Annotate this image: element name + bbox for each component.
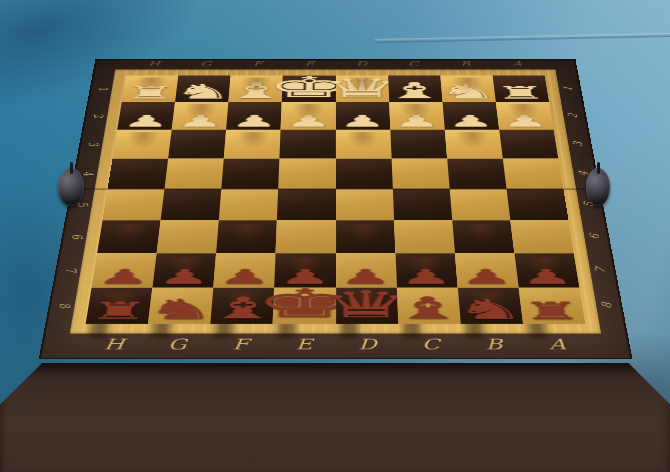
square-b5[interactable] <box>449 189 510 220</box>
red-rook[interactable]: ♜ <box>87 299 151 323</box>
square-c1[interactable]: ♝ <box>388 76 443 103</box>
square-c5[interactable] <box>392 189 452 220</box>
square-b4[interactable] <box>447 159 506 189</box>
square-g7[interactable]: ♟ <box>153 253 217 287</box>
square-h2[interactable]: ♟ <box>117 102 175 130</box>
square-h8[interactable]: ♜ <box>86 288 153 324</box>
square-c6[interactable] <box>394 220 455 253</box>
square-h3[interactable] <box>113 130 172 159</box>
file-label-top-E: E <box>283 59 335 68</box>
square-h5[interactable] <box>103 189 165 220</box>
chess-board: ♜♞♝♚♛♝♞♜♟♟♟♟♟♟♟♟♟♟♟♟♟♟♟♟♜♞♝♚♛♝♞♜ HGFEDCB… <box>39 59 633 359</box>
file-label-bottom-F: F <box>208 334 273 355</box>
file-label-top-C: C <box>387 59 439 68</box>
file-label-bottom-B: B <box>461 334 526 355</box>
white-pawn[interactable]: ♟ <box>176 113 224 129</box>
square-g3[interactable] <box>168 130 226 159</box>
square-h6[interactable] <box>97 220 161 253</box>
file-label-bottom-C: C <box>398 334 463 355</box>
file-label-bottom-H: H <box>81 334 147 355</box>
white-rook[interactable]: ♜ <box>123 84 177 102</box>
white-pawn[interactable]: ♟ <box>393 113 441 129</box>
square-g2[interactable]: ♟ <box>172 102 229 130</box>
square-d3[interactable] <box>335 130 391 159</box>
file-label-bottom-E: E <box>272 334 336 355</box>
white-pawn[interactable]: ♟ <box>339 113 386 129</box>
hinge-left-icon <box>58 168 84 206</box>
red-pawn[interactable]: ♟ <box>460 267 514 287</box>
file-label-bottom-D: D <box>336 334 400 355</box>
fold-seam <box>71 189 601 190</box>
squares-grid: ♜♞♝♚♛♝♞♜♟♟♟♟♟♟♟♟♟♟♟♟♟♟♟♟♜♞♝♚♛♝♞♜ <box>86 76 586 324</box>
square-e3[interactable] <box>280 130 336 159</box>
square-b8[interactable]: ♞ <box>458 288 523 324</box>
file-label-top-F: F <box>231 59 283 68</box>
square-d2[interactable]: ♟ <box>335 102 390 130</box>
square-h7[interactable]: ♟ <box>92 253 157 287</box>
file-label-bottom-G: G <box>144 334 209 355</box>
white-pawn[interactable]: ♟ <box>285 113 332 129</box>
white-pawn[interactable]: ♟ <box>121 113 170 129</box>
file-labels-top: HGFEDCBA <box>127 59 544 68</box>
white-pawn[interactable]: ♟ <box>501 113 550 129</box>
square-e6[interactable] <box>276 220 336 253</box>
board-perspective: ♜♞♝♚♛♝♞♜♟♟♟♟♟♟♟♟♟♟♟♟♟♟♟♟♜♞♝♚♛♝♞♜ HGFEDCB… <box>0 0 670 472</box>
white-rook[interactable]: ♜ <box>494 84 548 102</box>
square-d5[interactable] <box>335 189 393 220</box>
hinge-right-icon <box>586 168 610 206</box>
square-g6[interactable] <box>157 220 219 253</box>
square-b3[interactable] <box>445 130 503 159</box>
square-h4[interactable] <box>108 159 169 189</box>
white-pawn[interactable]: ♟ <box>230 113 278 129</box>
square-d6[interactable] <box>336 220 396 253</box>
square-b1[interactable]: ♞ <box>440 76 496 103</box>
file-label-top-G: G <box>179 59 232 68</box>
file-label-top-B: B <box>439 59 492 68</box>
square-f2[interactable]: ♟ <box>226 102 282 130</box>
square-f4[interactable] <box>222 159 280 189</box>
file-label-top-H: H <box>127 59 180 68</box>
file-labels-bottom: HGFEDCBA <box>81 334 591 355</box>
square-e2[interactable]: ♟ <box>281 102 336 130</box>
square-e4[interactable] <box>279 159 336 189</box>
square-c3[interactable] <box>390 130 447 159</box>
square-g5[interactable] <box>161 189 222 220</box>
file-label-bottom-A: A <box>524 334 590 355</box>
square-c2[interactable]: ♟ <box>389 102 445 130</box>
square-e5[interactable] <box>277 189 335 220</box>
square-f6[interactable] <box>216 220 277 253</box>
square-f3[interactable] <box>224 130 281 159</box>
square-b2[interactable]: ♟ <box>442 102 499 130</box>
file-label-top-A: A <box>491 59 544 68</box>
square-d4[interactable] <box>335 159 392 189</box>
red-pawn[interactable]: ♟ <box>520 267 575 287</box>
square-g4[interactable] <box>165 159 224 189</box>
square-d1[interactable]: ♛ <box>335 76 388 103</box>
red-pawn[interactable]: ♟ <box>96 267 151 287</box>
square-b6[interactable] <box>452 220 514 253</box>
square-c8[interactable]: ♝ <box>397 288 461 324</box>
square-c4[interactable] <box>391 159 449 189</box>
red-pawn[interactable]: ♟ <box>157 267 211 287</box>
white-knight[interactable]: ♞ <box>437 81 499 101</box>
red-knight[interactable]: ♞ <box>454 295 527 323</box>
square-h1[interactable]: ♜ <box>122 76 179 103</box>
white-pawn[interactable]: ♟ <box>447 113 495 129</box>
chessboard-photo: ♜♞♝♚♛♝♞♜♟♟♟♟♟♟♟♟♟♟♟♟♟♟♟♟♜♞♝♚♛♝♞♜ HGFEDCB… <box>0 0 670 472</box>
square-b7[interactable]: ♟ <box>455 253 519 287</box>
red-rook[interactable]: ♜ <box>521 299 585 323</box>
file-label-top-D: D <box>335 59 387 68</box>
square-f5[interactable] <box>219 189 279 220</box>
square-d8[interactable]: ♛ <box>336 288 398 324</box>
